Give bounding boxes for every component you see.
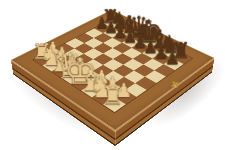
- photo-background: ♜♞♝♛♚♝♞♜♟♟♟♟♟♟♟♟♟♟♟♟♟♟♟♟♜♞♝♛♚♝♞♜ ✕: [0, 0, 225, 150]
- square-h1: ♜: [103, 97, 126, 112]
- square-e5: [113, 53, 133, 64]
- board-frame: ♜♞♝♛♚♝♞♜♟♟♟♟♟♟♟♟♟♟♟♟♟♟♟♟♜♞♝♛♚♝♞♜: [11, 10, 215, 131]
- white-rook: ♜: [102, 83, 125, 108]
- chess-set: ♜♞♝♛♚♝♞♜♟♟♟♟♟♟♟♟♟♟♟♟♟♟♟♟♜♞♝♛♚♝♞♜: [11, 10, 215, 131]
- square-h6: [154, 64, 174, 76]
- black-pawn: ♟: [165, 50, 181, 67]
